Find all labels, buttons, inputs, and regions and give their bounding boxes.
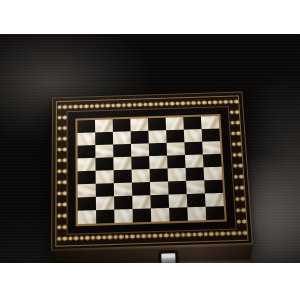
square-e4[interactable] [150,168,168,182]
square-d5[interactable] [131,156,149,169]
square-f2[interactable] [169,194,188,208]
square-h6[interactable] [202,141,221,154]
square-g3[interactable] [186,180,205,194]
square-f4[interactable] [168,168,187,182]
square-a2[interactable] [78,197,96,211]
square-a5[interactable] [78,158,96,171]
square-g7[interactable] [184,129,202,142]
square-b5[interactable] [95,157,113,170]
square-h4[interactable] [204,167,223,181]
square-c1[interactable] [114,209,133,223]
metal-clasp-latch [160,252,176,263]
square-e5[interactable] [149,156,167,169]
square-a1[interactable] [78,210,96,224]
square-e8[interactable] [148,118,166,131]
square-f1[interactable] [169,207,188,221]
box-lid-top-face [51,92,253,252]
square-b6[interactable] [95,144,113,157]
chess-board [77,116,224,224]
square-h3[interactable] [204,180,223,194]
square-e3[interactable] [150,181,169,195]
square-d7[interactable] [131,131,149,144]
square-a6[interactable] [77,145,95,158]
square-f8[interactable] [166,117,184,130]
marquetry-inlay-border [55,95,248,246]
square-a8[interactable] [77,120,95,133]
square-e2[interactable] [150,195,169,209]
square-c7[interactable] [113,131,131,144]
square-h2[interactable] [205,193,224,207]
square-g5[interactable] [185,154,204,167]
square-e1[interactable] [151,208,170,222]
square-b3[interactable] [96,183,114,197]
square-b2[interactable] [96,196,114,210]
square-g1[interactable] [187,207,206,221]
square-b4[interactable] [96,170,114,184]
square-g4[interactable] [186,167,205,181]
square-a7[interactable] [77,132,95,145]
square-c6[interactable] [113,144,131,157]
square-c3[interactable] [114,183,132,197]
photo-of-chess-box [0,34,300,263]
square-b1[interactable] [96,210,114,224]
square-d4[interactable] [132,169,150,183]
board-frame [75,114,226,226]
square-f5[interactable] [167,155,185,168]
square-d8[interactable] [130,118,148,131]
square-a4[interactable] [78,171,96,185]
square-a3[interactable] [78,184,96,198]
black-margin-field [67,106,237,235]
square-d1[interactable] [133,208,152,222]
square-d3[interactable] [132,182,150,196]
square-c8[interactable] [113,119,131,132]
square-h1[interactable] [206,206,225,220]
square-c4[interactable] [114,170,132,184]
square-h7[interactable] [202,129,220,142]
square-g8[interactable] [183,117,201,130]
square-g2[interactable] [187,193,206,207]
square-h8[interactable] [201,116,219,129]
screenshot-canvas [0,0,300,300]
square-f7[interactable] [166,130,184,143]
square-b7[interactable] [95,132,113,145]
square-c2[interactable] [114,196,132,210]
square-d2[interactable] [132,195,151,209]
square-d6[interactable] [131,143,149,156]
square-e7[interactable] [148,130,166,143]
square-h5[interactable] [203,154,222,167]
square-c5[interactable] [113,157,131,170]
square-e6[interactable] [149,143,167,156]
chess-box [49,89,251,263]
square-b8[interactable] [95,119,113,132]
square-g6[interactable] [184,142,202,155]
square-f3[interactable] [168,181,187,195]
square-f6[interactable] [167,142,185,155]
